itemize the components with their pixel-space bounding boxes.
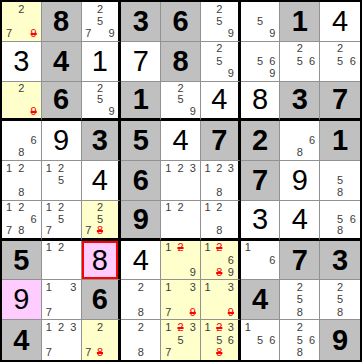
empty-candidate-slot — [187, 174, 199, 186]
candidate-digit: 2 — [94, 83, 106, 95]
pencil-marks: 68 — [281, 122, 318, 159]
candidate-digit: 2 — [294, 281, 306, 293]
empty-candidate-slot — [174, 346, 186, 359]
candidate-digit: 7 — [3, 28, 15, 40]
candidate-digit: 5 — [94, 213, 106, 225]
pencil-marks: 29 — [3, 83, 40, 118]
empty-candidate-slot — [3, 213, 15, 225]
cell-r1c3[interactable]: 2579 — [82, 2, 122, 42]
candidate-digit: 1 — [202, 202, 214, 214]
cell-r5c3[interactable]: 4 — [82, 161, 122, 201]
cell-r6c5[interactable]: 12 — [161, 201, 201, 241]
candidate-digit: 8 — [294, 306, 306, 318]
given-digit: 1 — [280, 2, 319, 41]
cell-r7c5[interactable]: 129 — [161, 241, 201, 281]
candidate-digit: 2 — [213, 43, 225, 55]
empty-candidate-slot — [94, 106, 106, 118]
cell-r4c9[interactable]: 1 — [320, 121, 360, 161]
given-digit: 5 — [121, 121, 160, 160]
empty-candidate-slot — [266, 321, 278, 334]
candidate-digit: 1 — [43, 242, 55, 254]
pencil-marks: 1238 — [202, 162, 237, 199]
candidate-digit: 8 — [213, 187, 225, 199]
candidate-digit: 9 — [106, 28, 118, 40]
candidate-digit: 2 — [294, 321, 306, 334]
candidate-digit: 3 — [67, 321, 79, 334]
empty-candidate-slot — [67, 242, 79, 254]
given-digit: 4 — [2, 320, 41, 360]
solved-digit: 9 — [280, 161, 319, 200]
pencil-marks: 123 — [162, 162, 199, 199]
empty-candidate-slot — [122, 294, 134, 306]
cell-r2c5[interactable]: 8 — [161, 42, 201, 82]
cell-r8c7[interactable]: 4 — [241, 280, 281, 320]
cell-r6c8[interactable]: 4 — [280, 201, 320, 241]
candidate-digit: 6 — [266, 55, 278, 67]
empty-candidate-slot — [147, 321, 159, 334]
candidate-digit: 9 — [225, 266, 237, 278]
cell-r2c2[interactable]: 4 — [42, 42, 82, 82]
empty-candidate-slot — [254, 266, 266, 278]
empty-candidate-slot — [55, 281, 67, 293]
empty-candidate-slot — [187, 254, 199, 266]
cell-r9c8[interactable]: 2568 — [280, 320, 320, 360]
empty-candidate-slot — [225, 15, 237, 27]
cell-r9c6[interactable]: 123568 — [201, 320, 241, 360]
cell-r5c8[interactable]: 9 — [280, 161, 320, 201]
cell-r9c3[interactable]: 278 — [82, 320, 122, 360]
empty-candidate-slot — [162, 174, 174, 186]
pencil-marks: 568 — [321, 202, 359, 237]
cell-r5c9[interactable]: 58 — [320, 161, 360, 201]
candidate-digit: 7 — [83, 28, 95, 40]
candidate-digit: 5 — [94, 94, 106, 106]
candidate-digit: 8 — [334, 187, 347, 199]
pencil-marks: 58 — [321, 162, 359, 199]
empty-candidate-slot — [242, 266, 254, 278]
cell-r2c1[interactable]: 3 — [2, 42, 42, 82]
cell-r7c6[interactable]: 12689 — [201, 241, 241, 281]
pencil-marks: 2579 — [83, 3, 118, 40]
candidate-digit: 1 — [162, 321, 174, 334]
empty-candidate-slot — [225, 294, 237, 306]
candidate-digit: 8 — [294, 346, 306, 359]
cell-r7c4[interactable]: 4 — [121, 241, 161, 281]
candidate-digit: 2 — [94, 321, 106, 334]
cell-r3c7[interactable]: 8 — [241, 82, 281, 122]
empty-candidate-slot — [346, 202, 359, 214]
cell-r6c6[interactable]: 128 — [201, 201, 241, 241]
empty-candidate-slot — [28, 174, 40, 186]
empty-candidate-slot — [346, 162, 359, 174]
empty-candidate-slot — [106, 94, 118, 106]
empty-candidate-slot — [187, 202, 199, 214]
empty-candidate-slot — [321, 162, 334, 174]
cell-r9c2[interactable]: 1237 — [42, 320, 82, 360]
empty-candidate-slot — [67, 162, 79, 174]
empty-candidate-slot — [187, 242, 199, 254]
candidate-digit: 2 — [15, 162, 27, 174]
candidate-digit: 9 — [106, 106, 118, 118]
empty-candidate-slot — [15, 94, 27, 106]
empty-candidate-slot — [266, 15, 278, 27]
empty-candidate-slot — [55, 306, 67, 318]
cell-r2c3[interactable]: 1 — [82, 42, 122, 82]
empty-candidate-slot — [3, 83, 15, 95]
empty-candidate-slot — [346, 174, 359, 186]
pencil-marks: 1257 — [43, 202, 80, 237]
cell-r4c7[interactable]: 2 — [241, 121, 281, 161]
candidate-digit: 2 — [294, 43, 306, 55]
pencil-marks: 258 — [321, 281, 359, 318]
empty-candidate-slot — [162, 334, 174, 347]
candidate-digit: 1 — [202, 281, 214, 293]
empty-candidate-slot — [162, 266, 174, 278]
given-digit: 8 — [42, 2, 81, 41]
empty-candidate-slot — [254, 346, 266, 359]
pencil-marks: 12357 — [162, 321, 199, 359]
empty-candidate-slot — [254, 254, 266, 266]
candidate-digit: 2 — [213, 3, 225, 15]
candidate-digit: 7 — [162, 346, 174, 359]
given-digit: 8 — [161, 42, 200, 81]
empty-candidate-slot — [254, 28, 266, 40]
cell-r6c4[interactable]: 9 — [121, 201, 161, 241]
cell-r5c4[interactable]: 6 — [121, 161, 161, 201]
empty-candidate-slot — [202, 43, 214, 55]
eliminated-candidate: 8 — [94, 225, 106, 237]
cell-r6c2[interactable]: 1257 — [42, 201, 82, 241]
candidate-digit: 1 — [202, 321, 214, 334]
cell-r8c5[interactable]: 1379 — [161, 280, 201, 320]
empty-candidate-slot — [202, 306, 214, 318]
cell-r5c6[interactable]: 1238 — [201, 161, 241, 201]
cell-r8c8[interactable]: 258 — [280, 280, 320, 320]
candidate-digit: 2 — [55, 202, 67, 214]
empty-candidate-slot — [55, 187, 67, 199]
empty-candidate-slot — [281, 321, 293, 334]
empty-candidate-slot — [225, 55, 237, 67]
cell-r3c8[interactable]: 3 — [280, 82, 320, 122]
empty-candidate-slot — [15, 122, 27, 134]
empty-candidate-slot — [3, 187, 15, 199]
empty-candidate-slot — [254, 321, 266, 334]
candidate-digit: 6 — [306, 135, 318, 147]
cell-r1c6[interactable]: 259 — [201, 2, 241, 42]
given-digit: 3 — [320, 241, 360, 280]
empty-candidate-slot — [266, 242, 278, 254]
cell-r2c4[interactable]: 7 — [121, 42, 161, 82]
empty-candidate-slot — [67, 306, 79, 318]
candidate-digit: 6 — [266, 254, 278, 266]
cell-r3c9[interactable]: 7 — [320, 82, 360, 122]
eliminated-candidate: 9 — [187, 306, 199, 318]
empty-candidate-slot — [187, 334, 199, 347]
cell-r7c3[interactable]: 8 — [82, 241, 122, 281]
candidate-digit: 1 — [242, 321, 254, 334]
given-digit: 7 — [241, 161, 280, 200]
empty-candidate-slot — [321, 43, 334, 55]
cell-r3c4[interactable]: 1 — [121, 82, 161, 122]
empty-candidate-slot — [306, 346, 318, 359]
empty-candidate-slot — [321, 67, 334, 79]
empty-candidate-slot — [28, 3, 40, 15]
cell-r4c1[interactable]: 68 — [2, 121, 42, 161]
eliminated-candidate: 9 — [28, 106, 40, 118]
candidate-digit: 2 — [55, 162, 67, 174]
empty-candidate-slot — [147, 294, 159, 306]
cell-r4c5[interactable]: 4 — [161, 121, 201, 161]
cell-r8c9[interactable]: 258 — [320, 280, 360, 320]
empty-candidate-slot — [67, 254, 79, 266]
cell-r9c1[interactable]: 4 — [2, 320, 42, 360]
candidate-digit: 9 — [266, 67, 278, 79]
cell-r5c1[interactable]: 128 — [2, 161, 42, 201]
eliminated-candidate: 8 — [213, 266, 225, 278]
candidate-digit: 8 — [15, 147, 27, 159]
empty-candidate-slot — [306, 122, 318, 134]
empty-candidate-slot — [213, 254, 225, 266]
empty-candidate-slot — [83, 321, 95, 334]
empty-candidate-slot — [334, 202, 347, 214]
empty-candidate-slot — [55, 266, 67, 278]
candidate-digit: 1 — [162, 162, 174, 174]
empty-candidate-slot — [346, 43, 359, 55]
candidate-digit: 5 — [55, 213, 67, 225]
candidate-digit: 5 — [174, 334, 186, 347]
empty-candidate-slot — [202, 55, 214, 67]
cell-r7c7[interactable]: 16 — [241, 241, 281, 281]
solved-digit: 4 — [121, 241, 160, 280]
cell-r5c5[interactable]: 123 — [161, 161, 201, 201]
empty-candidate-slot — [202, 15, 214, 27]
empty-candidate-slot — [174, 225, 186, 237]
candidate-digit: 2 — [55, 321, 67, 334]
empty-candidate-slot — [162, 254, 174, 266]
candidate-digit: 7 — [162, 306, 174, 318]
empty-candidate-slot — [162, 94, 174, 106]
empty-candidate-slot — [266, 3, 278, 15]
empty-candidate-slot — [281, 67, 293, 79]
empty-candidate-slot — [15, 15, 27, 27]
cell-r4c3[interactable]: 3 — [82, 121, 122, 161]
empty-candidate-slot — [106, 202, 118, 214]
empty-candidate-slot — [174, 213, 186, 225]
cell-r9c7[interactable]: 156 — [241, 320, 281, 360]
empty-candidate-slot — [83, 106, 95, 118]
empty-candidate-slot — [306, 281, 318, 293]
cell-r9c4[interactable]: 28 — [121, 320, 161, 360]
solved-digit: 9 — [42, 121, 81, 160]
cell-r2c6[interactable]: 259 — [201, 42, 241, 82]
candidate-digit: 6 — [28, 135, 40, 147]
pencil-marks: 12 — [162, 202, 199, 237]
cell-r1c9[interactable]: 4 — [320, 2, 360, 42]
candidate-digit: 1 — [162, 202, 174, 214]
cell-r4c6[interactable]: 7 — [201, 121, 241, 161]
empty-candidate-slot — [281, 334, 293, 347]
cell-r6c7[interactable]: 3 — [241, 201, 281, 241]
candidate-digit: 7 — [3, 225, 15, 237]
cell-r3c2[interactable]: 6 — [42, 82, 82, 122]
candidate-digit: 7 — [43, 346, 55, 359]
cell-r3c6[interactable]: 4 — [201, 82, 241, 122]
cell-r8c2[interactable]: 137 — [42, 280, 82, 320]
candidate-digit: 5 — [334, 213, 347, 225]
empty-candidate-slot — [225, 242, 237, 254]
candidate-digit: 5 — [334, 294, 347, 306]
cell-r8c4[interactable]: 28 — [121, 280, 161, 320]
empty-candidate-slot — [94, 28, 106, 40]
candidate-digit: 3 — [187, 281, 199, 293]
empty-candidate-slot — [55, 346, 67, 359]
cell-r4c2[interactable]: 9 — [42, 121, 82, 161]
empty-candidate-slot — [202, 3, 214, 15]
empty-candidate-slot — [202, 213, 214, 225]
empty-candidate-slot — [321, 187, 334, 199]
empty-candidate-slot — [106, 334, 118, 347]
empty-candidate-slot — [83, 15, 95, 27]
candidate-digit: 3 — [187, 321, 199, 334]
candidate-digit: 2 — [174, 83, 186, 95]
given-digit: 9 — [320, 320, 360, 360]
cell-r9c5[interactable]: 12357 — [161, 320, 201, 360]
candidate-digit: 1 — [43, 162, 55, 174]
cell-r6c1[interactable]: 12678 — [2, 201, 42, 241]
cell-r7c8[interactable]: 7 — [280, 241, 320, 281]
given-digit: 7 — [280, 241, 319, 280]
pencil-marks: 256 — [321, 43, 359, 80]
pencil-marks: 123568 — [202, 321, 237, 359]
empty-candidate-slot — [174, 187, 186, 199]
empty-candidate-slot — [281, 55, 293, 67]
eliminated-candidate: 2 — [213, 242, 225, 254]
eliminated-candidate: 2 — [174, 321, 186, 334]
cell-r2c9[interactable]: 256 — [320, 42, 360, 82]
cell-r1c5[interactable]: 6 — [161, 2, 201, 42]
cell-r3c5[interactable]: 259 — [161, 82, 201, 122]
sudoku-board: 2798257936259591434178259569256256296259… — [0, 0, 362, 362]
cell-r3c3[interactable]: 259 — [82, 82, 122, 122]
empty-candidate-slot — [43, 213, 55, 225]
pencil-marks: 12689 — [202, 242, 237, 279]
cell-r5c2[interactable]: 125 — [42, 161, 82, 201]
candidate-digit: 8 — [294, 147, 306, 159]
empty-candidate-slot — [202, 254, 214, 266]
empty-candidate-slot — [306, 294, 318, 306]
empty-candidate-slot — [55, 294, 67, 306]
empty-candidate-slot — [67, 334, 79, 347]
empty-candidate-slot — [174, 174, 186, 186]
candidate-digit: 2 — [213, 202, 225, 214]
candidate-digit: 5 — [94, 15, 106, 27]
candidate-digit: 2 — [15, 83, 27, 95]
empty-candidate-slot — [346, 281, 359, 293]
candidate-digit: 9 — [225, 67, 237, 79]
cell-r3c1[interactable]: 29 — [2, 82, 42, 122]
candidate-digit: 1 — [202, 162, 214, 174]
given-digit: 3 — [121, 2, 160, 41]
cell-r1c1[interactable]: 279 — [2, 2, 42, 42]
empty-candidate-slot — [266, 43, 278, 55]
cell-r8c6[interactable]: 139 — [201, 280, 241, 320]
empty-candidate-slot — [242, 334, 254, 347]
empty-candidate-slot — [187, 83, 199, 95]
cell-r1c2[interactable]: 8 — [42, 2, 82, 42]
cell-r1c8[interactable]: 1 — [280, 2, 320, 42]
cell-r4c4[interactable]: 5 — [121, 121, 161, 161]
cell-r5c7[interactable]: 7 — [241, 161, 281, 201]
empty-candidate-slot — [28, 225, 40, 237]
cell-r7c9[interactable]: 3 — [320, 241, 360, 281]
cell-r2c8[interactable]: 256 — [280, 42, 320, 82]
empty-candidate-slot — [202, 334, 214, 347]
cell-r6c3[interactable]: 2578 — [82, 201, 122, 241]
candidate-digit: 5 — [294, 334, 306, 347]
pencil-marks: 59 — [242, 3, 279, 40]
empty-candidate-slot — [15, 174, 27, 186]
candidate-digit: 6 — [225, 334, 237, 347]
empty-candidate-slot — [28, 94, 40, 106]
given-digit: 3 — [280, 82, 319, 119]
empty-candidate-slot — [162, 213, 174, 225]
cell-r8c1[interactable]: 9 — [2, 280, 42, 320]
empty-candidate-slot — [15, 106, 27, 118]
empty-candidate-slot — [28, 147, 40, 159]
empty-candidate-slot — [174, 306, 186, 318]
given-digit: 6 — [121, 161, 160, 200]
cell-r1c4[interactable]: 3 — [121, 2, 161, 42]
cell-r7c2[interactable]: 12 — [42, 241, 82, 281]
empty-candidate-slot — [43, 187, 55, 199]
empty-candidate-slot — [306, 67, 318, 79]
solved-digit: 1 — [82, 42, 119, 81]
cell-r4c8[interactable]: 68 — [280, 121, 320, 161]
empty-candidate-slot — [162, 187, 174, 199]
empty-candidate-slot — [67, 213, 79, 225]
empty-candidate-slot — [242, 346, 254, 359]
cell-r6c9[interactable]: 568 — [320, 201, 360, 241]
pencil-marks: 12 — [43, 242, 80, 279]
empty-candidate-slot — [346, 306, 359, 318]
cell-r2c7[interactable]: 569 — [241, 42, 281, 82]
candidate-digit: 2 — [135, 321, 147, 334]
solved-digit: 7 — [121, 42, 160, 81]
empty-candidate-slot — [67, 294, 79, 306]
empty-candidate-slot — [187, 346, 199, 359]
empty-candidate-slot — [281, 122, 293, 134]
candidate-digit: 1 — [242, 242, 254, 254]
given-digit: 5 — [2, 241, 41, 280]
candidate-digit: 3 — [225, 162, 237, 174]
candidate-digit: 3 — [225, 281, 237, 293]
pencil-marks: 259 — [162, 83, 199, 118]
cell-r1c7[interactable]: 59 — [241, 2, 281, 42]
empty-candidate-slot — [187, 187, 199, 199]
eliminated-candidate: 9 — [28, 28, 40, 40]
empty-candidate-slot — [43, 294, 55, 306]
cell-r8c3[interactable]: 6 — [82, 280, 122, 320]
candidate-digit: 6 — [346, 213, 359, 225]
empty-candidate-slot — [147, 346, 159, 359]
candidate-digit: 1 — [3, 202, 15, 214]
pencil-marks: 137 — [43, 281, 80, 318]
cell-r9c9[interactable]: 9 — [320, 320, 360, 360]
cell-r7c1[interactable]: 5 — [2, 241, 42, 281]
empty-candidate-slot — [106, 83, 118, 95]
candidate-digit: 2 — [94, 3, 106, 15]
empty-candidate-slot — [147, 334, 159, 347]
